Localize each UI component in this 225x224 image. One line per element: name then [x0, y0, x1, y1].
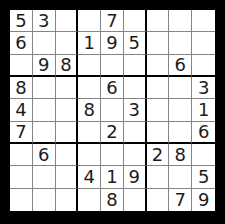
cell-r9c9[interactable]: 9	[192, 189, 215, 211]
cell-r8c1[interactable]	[10, 166, 33, 188]
cell-r2c8[interactable]	[169, 32, 192, 54]
cell-r6c2[interactable]	[33, 122, 56, 144]
cell-r3c6[interactable]	[124, 55, 147, 77]
cell-r8c6[interactable]: 9	[124, 166, 147, 188]
cell-r7c9[interactable]	[192, 144, 215, 166]
cell-r5c4[interactable]: 8	[78, 99, 101, 121]
cell-r7c7[interactable]: 2	[147, 144, 170, 166]
cell-r7c4[interactable]	[78, 144, 101, 166]
cell-r5c7[interactable]	[147, 99, 170, 121]
cell-r5c2[interactable]	[33, 99, 56, 121]
cell-r7c1[interactable]	[10, 144, 33, 166]
cell-r1c6[interactable]	[124, 10, 147, 32]
cell-r8c7[interactable]	[147, 166, 170, 188]
sudoku-frame: 537619598686348317266284195879	[0, 0, 225, 224]
cell-r9c6[interactable]	[124, 189, 147, 211]
cell-r6c7[interactable]	[147, 122, 170, 144]
cell-r1c5[interactable]: 7	[101, 10, 124, 32]
cell-r4c6[interactable]	[124, 77, 147, 99]
cell-r3c1[interactable]	[10, 55, 33, 77]
cell-r6c3[interactable]	[56, 122, 79, 144]
cell-r5c3[interactable]	[56, 99, 79, 121]
cell-r3c9[interactable]	[192, 55, 215, 77]
cell-r4c4[interactable]	[78, 77, 101, 99]
cell-r5c1[interactable]: 4	[10, 99, 33, 121]
cell-r2c3[interactable]	[56, 32, 79, 54]
cell-r2c5[interactable]: 9	[101, 32, 124, 54]
cell-r1c4[interactable]	[78, 10, 101, 32]
cell-r6c4[interactable]	[78, 122, 101, 144]
cell-r2c2[interactable]	[33, 32, 56, 54]
cell-r3c4[interactable]	[78, 55, 101, 77]
cell-r6c8[interactable]	[169, 122, 192, 144]
cell-r4c5[interactable]: 6	[101, 77, 124, 99]
cell-r1c9[interactable]	[192, 10, 215, 32]
cell-r3c7[interactable]	[147, 55, 170, 77]
cell-r8c9[interactable]: 5	[192, 166, 215, 188]
cell-r8c8[interactable]	[169, 166, 192, 188]
cell-r7c3[interactable]	[56, 144, 79, 166]
cell-r9c7[interactable]	[147, 189, 170, 211]
cell-r6c9[interactable]: 6	[192, 122, 215, 144]
cell-r2c9[interactable]	[192, 32, 215, 54]
cell-r8c4[interactable]: 4	[78, 166, 101, 188]
cell-r2c7[interactable]	[147, 32, 170, 54]
cell-r9c2[interactable]	[33, 189, 56, 211]
cell-r2c1[interactable]: 6	[10, 32, 33, 54]
cell-r6c5[interactable]: 2	[101, 122, 124, 144]
cell-r1c3[interactable]	[56, 10, 79, 32]
cell-r6c1[interactable]: 7	[10, 122, 33, 144]
cell-r9c3[interactable]	[56, 189, 79, 211]
cell-r8c3[interactable]	[56, 166, 79, 188]
cell-r1c1[interactable]: 5	[10, 10, 33, 32]
cell-r5c5[interactable]	[101, 99, 124, 121]
cell-r1c7[interactable]	[147, 10, 170, 32]
cell-r4c9[interactable]: 3	[192, 77, 215, 99]
cell-r4c1[interactable]: 8	[10, 77, 33, 99]
cell-r6c6[interactable]	[124, 122, 147, 144]
cell-r3c2[interactable]: 9	[33, 55, 56, 77]
cell-r8c2[interactable]	[33, 166, 56, 188]
cell-r7c2[interactable]: 6	[33, 144, 56, 166]
cell-r3c3[interactable]: 8	[56, 55, 79, 77]
cell-r3c5[interactable]	[101, 55, 124, 77]
cell-r2c4[interactable]: 1	[78, 32, 101, 54]
cell-r5c6[interactable]: 3	[124, 99, 147, 121]
cell-r7c6[interactable]	[124, 144, 147, 166]
cell-r5c9[interactable]: 1	[192, 99, 215, 121]
cell-r8c5[interactable]: 1	[101, 166, 124, 188]
cell-r7c8[interactable]: 8	[169, 144, 192, 166]
cell-r1c2[interactable]: 3	[33, 10, 56, 32]
cell-r3c8[interactable]: 6	[169, 55, 192, 77]
cell-r9c8[interactable]: 7	[169, 189, 192, 211]
sudoku-board: 537619598686348317266284195879	[8, 8, 217, 213]
cell-r5c8[interactable]	[169, 99, 192, 121]
cell-r9c1[interactable]	[10, 189, 33, 211]
cell-r9c5[interactable]: 8	[101, 189, 124, 211]
cell-r2c6[interactable]: 5	[124, 32, 147, 54]
cell-r4c3[interactable]	[56, 77, 79, 99]
cell-r4c2[interactable]	[33, 77, 56, 99]
cell-r7c5[interactable]	[101, 144, 124, 166]
cell-r9c4[interactable]	[78, 189, 101, 211]
cell-r4c8[interactable]	[169, 77, 192, 99]
cell-r4c7[interactable]	[147, 77, 170, 99]
cell-r1c8[interactable]	[169, 10, 192, 32]
